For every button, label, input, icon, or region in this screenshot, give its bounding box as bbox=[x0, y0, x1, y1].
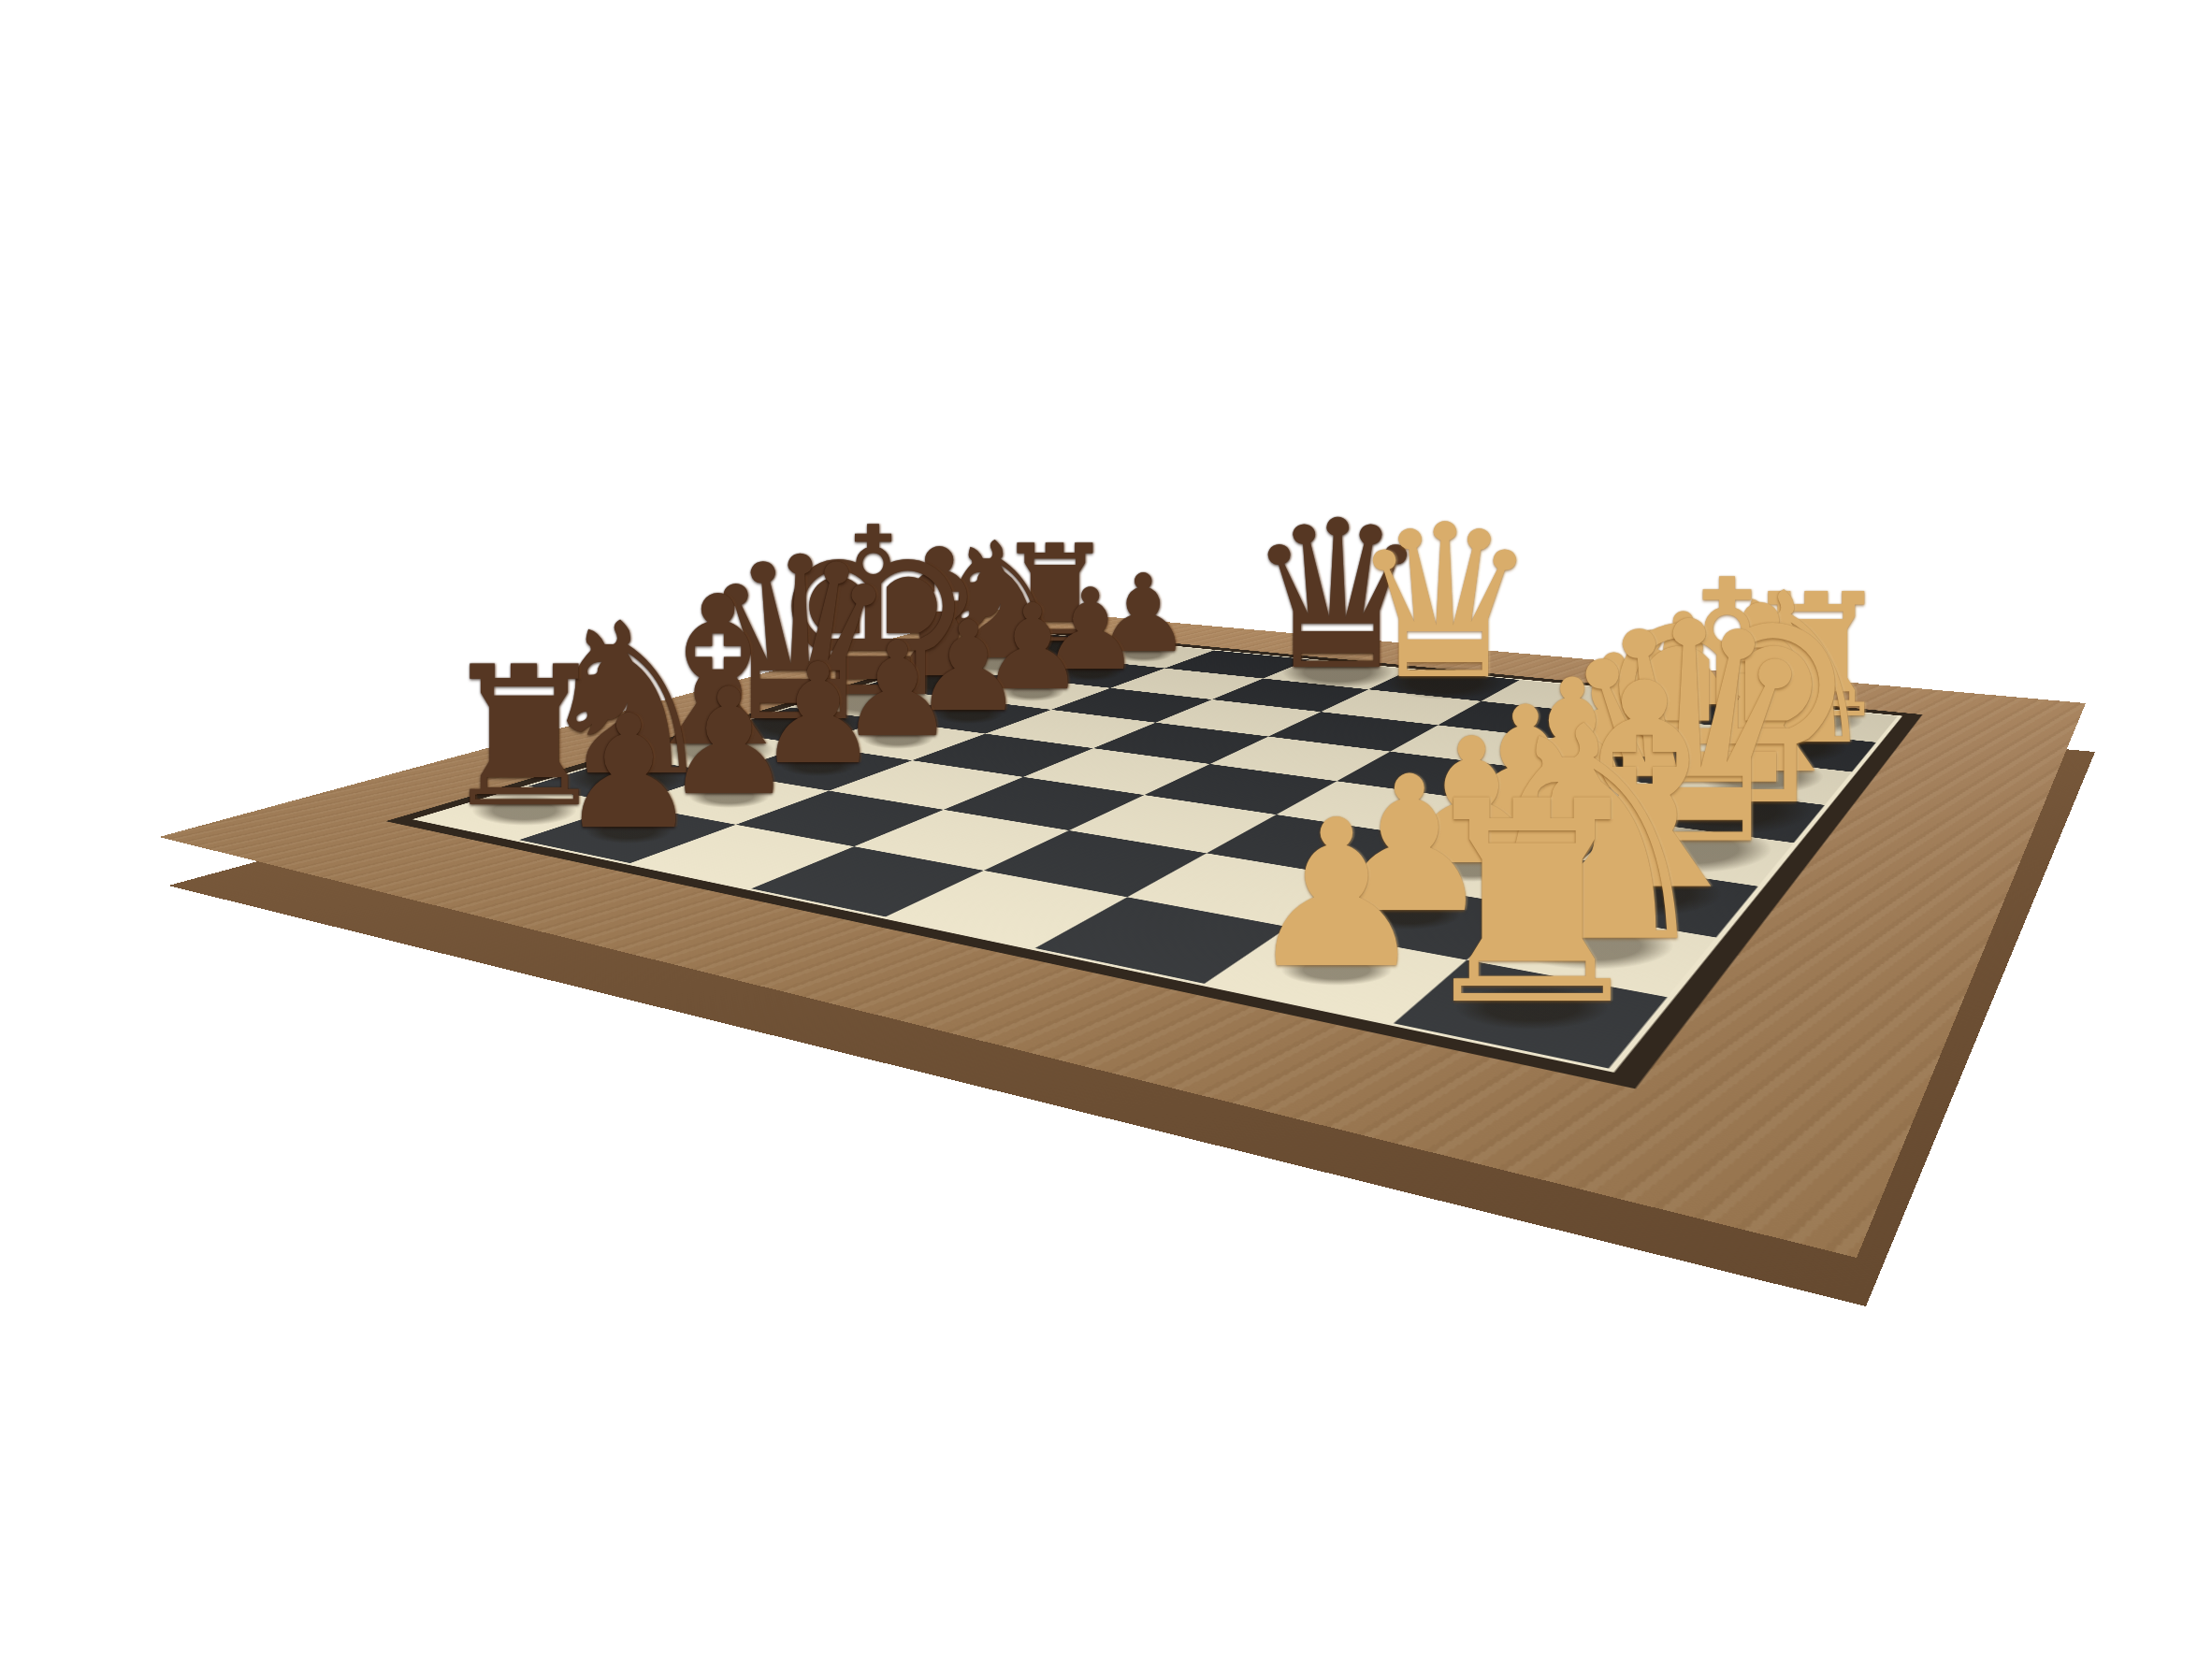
chess-set-product-photo: ♜♟♞♟♛♝♛♟♚♟♟♜♛♟♟♞♝♟♟♝♞♟♟♜♚♟♟♛♟♝♟♞♟♜ bbox=[0, 0, 2212, 1658]
